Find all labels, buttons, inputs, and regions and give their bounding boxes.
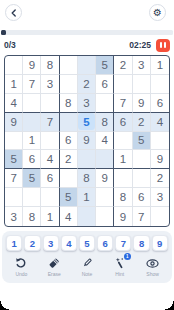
cell-value: 5	[138, 134, 144, 146]
cell-r7c5[interactable]: 8	[78, 169, 96, 188]
cell-r2c3[interactable]: 3	[41, 75, 59, 94]
cell-r5c5[interactable]: 9	[78, 132, 96, 151]
cell-r2c4[interactable]	[60, 75, 78, 94]
cell-r2c5[interactable]: 2	[78, 75, 96, 94]
cell-r2c2[interactable]: 7	[23, 75, 41, 94]
cell-r4c5[interactable]: 5	[78, 113, 96, 132]
cell-value: 8	[102, 116, 108, 128]
cell-r8c8[interactable]: 6	[133, 188, 151, 207]
toolbar-undo-button[interactable]: Undo	[5, 256, 38, 277]
numpad-6[interactable]: 6	[97, 235, 113, 251]
cell-value: 1	[47, 211, 53, 223]
cell-value: 6	[65, 134, 71, 146]
progress-fill	[1, 30, 6, 35]
cell-r3c5[interactable]: 3	[78, 94, 96, 113]
cell-r6c5[interactable]	[78, 150, 96, 169]
cell-value: 6	[47, 172, 53, 184]
cell-r6c1[interactable]: 5	[5, 150, 23, 169]
cell-value: 8	[65, 97, 71, 109]
cell-r6c6[interactable]	[96, 150, 114, 169]
cell-r3c1[interactable]: 4	[5, 94, 23, 113]
cell-r3c7[interactable]: 7	[114, 94, 132, 113]
cell-value: 5	[29, 172, 35, 184]
cell-r4c2[interactable]	[23, 113, 41, 132]
cell-r7c8[interactable]	[133, 169, 151, 188]
cell-r8c6[interactable]	[96, 188, 114, 207]
cell-r4c3[interactable]: 7	[41, 113, 59, 132]
cell-r6c7[interactable]: 1	[114, 150, 132, 169]
cell-value: 3	[10, 211, 16, 223]
cell-value: 9	[157, 153, 163, 165]
cell-r8c5[interactable]: 1	[78, 188, 96, 207]
cell-value: 3	[157, 191, 163, 203]
cell-value: 1	[120, 153, 126, 165]
eraser-icon	[47, 256, 61, 270]
cell-r4c4[interactable]	[60, 113, 78, 132]
cell-r6c4[interactable]: 2	[60, 150, 78, 169]
wand-icon: 1	[113, 256, 127, 270]
cell-value: 2	[83, 78, 89, 90]
cell-r2c8[interactable]	[133, 75, 151, 94]
cell-r1c5[interactable]	[78, 56, 96, 75]
cell-value: 7	[29, 78, 35, 90]
back-button[interactable]	[5, 4, 22, 21]
cell-value: 9	[83, 134, 89, 146]
cell-value: 2	[120, 59, 126, 71]
cell-r4c9[interactable]: 4	[151, 113, 169, 132]
cell-r4c7[interactable]: 6	[114, 113, 132, 132]
cell-r3c4[interactable]: 8	[60, 94, 78, 113]
settings-button[interactable]: ⚙	[149, 4, 166, 21]
cell-value: 6	[157, 97, 163, 109]
numpad-5[interactable]: 5	[79, 235, 95, 251]
toolbar-note-button[interactable]: Note	[71, 256, 104, 277]
cell-r3c3[interactable]	[41, 94, 59, 113]
cell-value: 4	[157, 116, 163, 128]
cell-r8c4[interactable]: 5	[60, 188, 78, 207]
cell-r7c1[interactable]: 7	[5, 169, 23, 188]
cell-value: 5	[83, 116, 89, 128]
cell-value: 8	[83, 172, 89, 184]
cell-r1c9[interactable]: 1	[151, 56, 169, 75]
cell-value: 8	[29, 211, 35, 223]
sudoku-board: 9852311732648379697586241694556421975689…	[4, 55, 170, 227]
numpad-2[interactable]: 2	[24, 235, 40, 251]
cell-value: 3	[83, 97, 89, 109]
status-row: 0/3 02:25	[4, 38, 170, 52]
toolbar-label: Note	[82, 271, 93, 277]
cell-value: 2	[65, 153, 71, 165]
cell-r2c6[interactable]: 6	[96, 75, 114, 94]
cell-r1c6[interactable]: 5	[96, 56, 114, 75]
cell-value: 8	[47, 59, 53, 71]
cell-value: 1	[157, 59, 163, 71]
cell-r3c8[interactable]: 9	[133, 94, 151, 113]
timer: 02:25	[129, 40, 151, 50]
cell-r9c4[interactable]: 4	[60, 207, 78, 226]
cell-value: 6	[29, 153, 35, 165]
cell-r3c6[interactable]	[96, 94, 114, 113]
cell-r9c1[interactable]: 3	[5, 207, 23, 226]
pause-icon	[160, 42, 162, 48]
cell-value: 7	[10, 172, 16, 184]
toolbar-label: Erase	[48, 271, 61, 277]
gear-icon: ⚙	[153, 8, 162, 18]
cell-r5c3[interactable]	[41, 132, 59, 151]
cell-value: 6	[102, 78, 108, 90]
cell-value: 6	[138, 191, 144, 203]
cell-r9c3[interactable]: 1	[41, 207, 59, 226]
cell-r7c2[interactable]: 5	[23, 169, 41, 188]
cell-value: 5	[10, 153, 16, 165]
numpad-8[interactable]: 8	[133, 235, 149, 251]
cell-r5c6[interactable]: 4	[96, 132, 114, 151]
cell-r9c8[interactable]: 7	[133, 207, 151, 226]
cell-value: 9	[102, 172, 108, 184]
cell-value: 4	[47, 153, 53, 165]
cell-value: 9	[120, 211, 126, 223]
chevron-left-icon	[10, 9, 18, 17]
cell-r6c8[interactable]	[133, 150, 151, 169]
cell-r3c9[interactable]: 6	[151, 94, 169, 113]
toolbar-erase-button[interactable]: Erase	[38, 256, 71, 277]
cell-r9c5[interactable]	[78, 207, 96, 226]
cell-r7c9[interactable]: 2	[151, 169, 169, 188]
cell-value: 7	[120, 97, 126, 109]
cell-r5c9[interactable]	[151, 132, 169, 151]
cell-r7c4[interactable]	[60, 169, 78, 188]
cell-r4c8[interactable]: 2	[133, 113, 151, 132]
cell-r9c2[interactable]: 8	[23, 207, 41, 226]
cell-value: 1	[10, 78, 16, 90]
cell-value: 1	[83, 191, 89, 203]
cell-value: 5	[65, 191, 71, 203]
hint-badge: 1	[124, 253, 131, 260]
cell-value: 5	[102, 59, 108, 71]
pause-icon	[164, 42, 166, 48]
screen-corner-left	[0, 301, 9, 310]
cell-r6c2[interactable]: 6	[23, 150, 41, 169]
cell-value: 3	[47, 78, 53, 90]
numpad-3[interactable]: 3	[43, 235, 59, 251]
cell-r9c9[interactable]	[151, 207, 169, 226]
numpad-7[interactable]: 7	[115, 235, 131, 251]
cell-value: 4	[10, 97, 16, 109]
cell-value: 4	[65, 211, 71, 223]
control-panel: 123456789 UndoEraseNote1HintShow	[2, 231, 172, 283]
cell-r8c3[interactable]	[41, 188, 59, 207]
cell-r1c8[interactable]: 3	[133, 56, 151, 75]
cell-r8c1[interactable]	[5, 188, 23, 207]
cell-r7c7[interactable]	[114, 169, 132, 188]
numpad: 123456789	[5, 235, 169, 251]
cell-r1c7[interactable]: 2	[114, 56, 132, 75]
cell-r2c7[interactable]	[114, 75, 132, 94]
cell-r5c2[interactable]: 1	[23, 132, 41, 151]
cell-r5c1[interactable]	[5, 132, 23, 151]
numpad-9[interactable]: 9	[152, 235, 168, 251]
toolbar: UndoEraseNote1HintShow	[5, 256, 169, 277]
mistakes-counter: 0/3	[4, 40, 16, 50]
pause-button[interactable]	[156, 39, 170, 52]
toolbar-label: Undo	[15, 271, 27, 277]
progress-bar	[1, 30, 173, 35]
cell-value: 8	[120, 191, 126, 203]
cell-r5c4[interactable]: 6	[60, 132, 78, 151]
cell-r4c6[interactable]: 8	[96, 113, 114, 132]
toolbar-hint-button[interactable]: 1Hint	[103, 256, 136, 277]
cell-r5c8[interactable]: 5	[133, 132, 151, 151]
cell-r8c2[interactable]	[23, 188, 41, 207]
cell-r1c1[interactable]	[5, 56, 23, 75]
cell-r7c6[interactable]: 9	[96, 169, 114, 188]
cell-value: 9	[138, 97, 144, 109]
cell-r9c7[interactable]: 9	[114, 207, 132, 226]
cell-r8c7[interactable]: 8	[114, 188, 132, 207]
cell-r1c4[interactable]	[60, 56, 78, 75]
cell-value: 6	[120, 116, 126, 128]
pencil-icon	[80, 256, 94, 270]
cell-r1c2[interactable]: 9	[23, 56, 41, 75]
cell-r2c1[interactable]: 1	[5, 75, 23, 94]
cell-r8c9[interactable]: 3	[151, 188, 169, 207]
cell-value: 4	[102, 134, 108, 146]
cell-r6c3[interactable]: 4	[41, 150, 59, 169]
numpad-1[interactable]: 1	[6, 235, 22, 251]
cell-value: 9	[10, 116, 16, 128]
eye-icon	[146, 256, 160, 270]
cell-value: 3	[138, 59, 144, 71]
toolbar-label: Show	[146, 271, 159, 277]
cell-r6c9[interactable]: 9	[151, 150, 169, 169]
toolbar-show-button[interactable]: Show	[136, 256, 169, 277]
screen-corner-right	[165, 301, 174, 310]
cell-r1c3[interactable]: 8	[41, 56, 59, 75]
toolbar-label: Hint	[115, 271, 124, 277]
cell-value: 2	[157, 172, 163, 184]
cell-r2c9[interactable]	[151, 75, 169, 94]
cell-r7c3[interactable]: 6	[41, 169, 59, 188]
cell-r3c2[interactable]	[23, 94, 41, 113]
cell-r5c7[interactable]	[114, 132, 132, 151]
cell-value: 9	[29, 59, 35, 71]
undo-icon	[14, 256, 28, 270]
cell-r4c1[interactable]: 9	[5, 113, 23, 132]
numpad-4[interactable]: 4	[61, 235, 77, 251]
cell-value: 7	[138, 211, 144, 223]
cell-value: 1	[29, 134, 35, 146]
cell-value: 2	[138, 116, 144, 128]
cell-r9c6[interactable]	[96, 207, 114, 226]
cell-value: 7	[47, 116, 53, 128]
